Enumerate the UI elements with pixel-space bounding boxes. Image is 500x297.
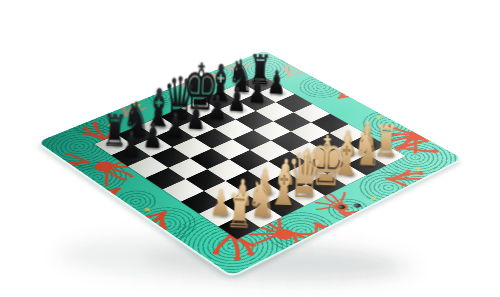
coral-icon — [80, 120, 122, 145]
white-rook-glyph: ♜ — [225, 188, 254, 236]
scene: ♜♞♝♛♚♝♞♜♟♟♟♟♟♟♟♟♟♟♟♟♟♟♟♟♜♞♝♛♚♝♞♜ — [0, 0, 500, 297]
coral-icon — [328, 81, 374, 103]
camera-tilt: ♜♞♝♛♚♝♞♜♟♟♟♟♟♟♟♟♟♟♟♟♟♟♟♟♜♞♝♛♚♝♞♜ — [0, 0, 500, 297]
photo-frame: ♜♞♝♛♚♝♞♜♟♟♟♟♟♟♟♟♟♟♟♟♟♟♟♟♜♞♝♛♚♝♞♜ — [0, 0, 500, 297]
coral-icon — [275, 60, 313, 79]
chess-board: ♜♞♝♛♚♝♞♜♟♟♟♟♟♟♟♟♟♟♟♟♟♟♟♟♜♞♝♛♚♝♞♜ — [38, 51, 462, 276]
